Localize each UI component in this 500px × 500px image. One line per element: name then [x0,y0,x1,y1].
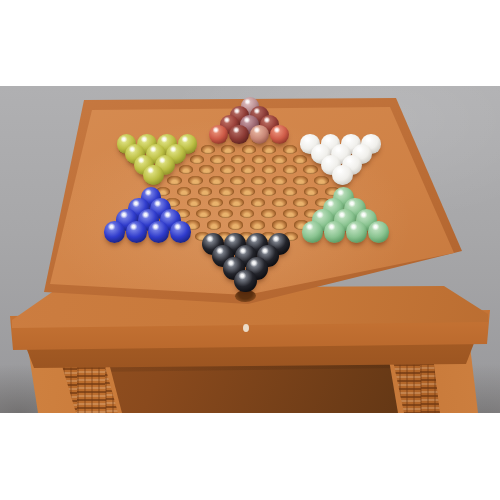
board-hole[interactable] [303,165,317,174]
marble-glyph: ● [209,125,228,144]
board-hole[interactable] [314,176,329,185]
board-hole[interactable] [230,176,245,185]
board-hole[interactable] [240,209,255,218]
board-hole[interactable] [283,145,297,154]
marble-red[interactable]: ● [229,125,248,144]
board-hole[interactable] [283,187,298,196]
board-hole[interactable] [196,209,211,218]
marble-white[interactable]: ● [332,165,352,185]
marble-yellow[interactable]: ● [143,165,163,185]
board-hole[interactable] [293,155,307,164]
board-hole[interactable] [242,145,256,154]
board-hole[interactable] [188,176,203,185]
board-hole[interactable] [167,176,182,185]
board-hole[interactable] [283,165,297,174]
marble-blue[interactable]: ● [126,221,148,243]
marble-glyph: ● [332,165,352,185]
marble-glyph: ● [270,125,289,144]
board-hole[interactable] [229,198,244,207]
board-hole[interactable] [272,220,287,229]
marble-glyph: ● [324,221,346,243]
marble-red[interactable]: ● [250,125,269,144]
marble-red[interactable]: ● [270,125,289,144]
marble-blue[interactable]: ● [170,221,192,243]
board-hole[interactable] [208,198,223,207]
marble-glyph: ● [368,221,390,243]
board-hole[interactable] [219,187,234,196]
board-hole[interactable] [293,198,308,207]
board-hole[interactable] [228,220,243,229]
board-hole[interactable] [218,209,233,218]
board-cells: ●●●●●●●●●●●●●●●●●●●●●●●●●●●●●●●●●●●●●●●●… [0,86,500,413]
board-hole[interactable] [293,176,308,185]
marble-green[interactable]: ● [368,221,390,243]
board-hole[interactable] [272,198,287,207]
marble-glyph: ● [126,221,148,243]
board-hole[interactable] [221,145,235,154]
marble-glyph: ● [346,221,368,243]
board-hole[interactable] [207,220,222,229]
board-hole[interactable] [262,145,276,154]
board-hole[interactable] [251,198,266,207]
marble-glyph: ● [234,270,257,293]
board-hole[interactable] [177,187,192,196]
board-hole[interactable] [199,165,213,174]
board-hole[interactable] [304,187,319,196]
board-hole[interactable] [240,187,255,196]
marble-glyph: ● [302,221,324,243]
marble-green[interactable]: ● [346,221,368,243]
board-hole[interactable] [283,209,298,218]
board-hole[interactable] [251,176,266,185]
board-hole[interactable] [261,209,276,218]
marble-glyph: ● [229,125,248,144]
board-hole[interactable] [262,187,277,196]
board-hole[interactable] [220,165,234,174]
board-hole[interactable] [209,176,224,185]
board-hole[interactable] [272,176,287,185]
board-hole[interactable] [250,220,265,229]
board-hole[interactable] [252,155,266,164]
photo-area: ●●●●●●●●●●●●●●●●●●●●●●●●●●●●●●●●●●●●●●●●… [0,86,500,413]
marble-glyph: ● [104,221,126,243]
board-hole[interactable] [201,145,215,154]
marble-glyph: ● [250,125,269,144]
board-hole[interactable] [210,155,224,164]
marble-red[interactable]: ● [209,125,228,144]
marble-blue[interactable]: ● [104,221,126,243]
marble-black[interactable]: ● [234,270,257,293]
board-hole[interactable] [231,155,245,164]
board-hole[interactable] [198,187,213,196]
marble-glyph: ● [143,165,163,185]
marble-green[interactable]: ● [302,221,324,243]
marble-glyph: ● [148,221,170,243]
marble-glyph: ● [170,221,192,243]
board-hole[interactable] [241,165,255,174]
marble-green[interactable]: ● [324,221,346,243]
board-hole[interactable] [272,155,286,164]
board-hole[interactable] [187,198,202,207]
board-hole[interactable] [179,165,193,174]
board-hole[interactable] [262,165,276,174]
board-hole[interactable] [190,155,204,164]
marble-blue[interactable]: ● [148,221,170,243]
